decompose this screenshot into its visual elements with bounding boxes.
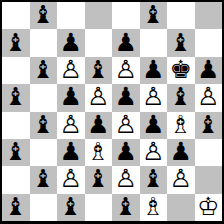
- piece-white-bishop: ♗: [142, 194, 164, 219]
- square-a6[interactable]: [2, 57, 30, 84]
- piece-black-bishop: ♝: [32, 57, 54, 82]
- square-c2[interactable]: ♙: [57, 166, 85, 193]
- square-b4[interactable]: ♝: [30, 112, 58, 139]
- square-d8[interactable]: [85, 2, 113, 29]
- square-d3[interactable]: ♗: [85, 139, 113, 166]
- square-g2[interactable]: ♙: [167, 166, 195, 193]
- square-f2[interactable]: ♝: [140, 166, 168, 193]
- piece-black-pawn: ♟: [87, 112, 109, 137]
- piece-black-pawn: ♟: [115, 84, 137, 109]
- square-f6[interactable]: ♟: [140, 57, 168, 84]
- piece-black-pawn: ♟: [115, 30, 137, 55]
- square-f4[interactable]: ♟: [140, 112, 168, 139]
- piece-black-bishop: ♝: [60, 194, 82, 219]
- square-d2[interactable]: ♝: [85, 166, 113, 193]
- piece-black-pawn: ♟: [60, 84, 82, 109]
- square-a7[interactable]: ♝: [2, 29, 30, 56]
- piece-black-bishop: ♝: [32, 166, 54, 191]
- square-f8[interactable]: ♝: [140, 2, 168, 29]
- piece-white-pawn: ♙: [115, 112, 137, 137]
- square-b7[interactable]: [30, 29, 58, 56]
- square-d4[interactable]: ♟: [85, 112, 113, 139]
- square-f1[interactable]: ♗: [140, 194, 168, 221]
- square-h3[interactable]: [195, 139, 223, 166]
- square-d6[interactable]: ♝: [85, 57, 113, 84]
- square-a5[interactable]: ♝: [2, 84, 30, 111]
- piece-black-bishop: ♝: [170, 30, 192, 55]
- piece-white-pawn: ♙: [170, 166, 192, 191]
- square-h5[interactable]: ♙: [195, 84, 223, 111]
- square-e2[interactable]: ♙: [112, 166, 140, 193]
- square-h7[interactable]: [195, 29, 223, 56]
- square-d7[interactable]: [85, 29, 113, 56]
- piece-black-bishop: ♝: [5, 84, 27, 109]
- piece-black-bishop: ♝: [115, 194, 137, 219]
- square-b8[interactable]: ♝: [30, 2, 58, 29]
- square-c6[interactable]: ♙: [57, 57, 85, 84]
- square-h2[interactable]: [195, 166, 223, 193]
- square-e3[interactable]: ♟: [112, 139, 140, 166]
- square-d5[interactable]: ♙: [85, 84, 113, 111]
- piece-white-pawn: ♙: [60, 112, 82, 137]
- square-g6[interactable]: ♚: [167, 57, 195, 84]
- square-e6[interactable]: ♙: [112, 57, 140, 84]
- square-f5[interactable]: ♙: [140, 84, 168, 111]
- chess-board: ♝♝♝♟♟♝♝♙♝♙♟♚♟♝♟♙♟♙♝♙♝♙♟♙♟♗♝♝♟♗♟♙♟♝♙♝♙♝♙♝…: [0, 0, 224, 224]
- square-c7[interactable]: ♟: [57, 29, 85, 56]
- piece-black-pawn: ♟: [142, 57, 164, 82]
- chess-diagram: ♝♝♝♟♟♝♝♙♝♙♟♚♟♝♟♙♟♙♝♙♝♙♟♙♟♗♝♝♟♗♟♙♟♝♙♝♙♝♙♝…: [0, 0, 224, 224]
- piece-white-pawn: ♙: [115, 57, 137, 82]
- square-a4[interactable]: [2, 112, 30, 139]
- square-f7[interactable]: [140, 29, 168, 56]
- square-g7[interactable]: ♝: [167, 29, 195, 56]
- square-a8[interactable]: [2, 2, 30, 29]
- piece-black-pawn: ♟: [170, 139, 192, 164]
- square-b5[interactable]: [30, 84, 58, 111]
- piece-black-bishop: ♝: [5, 194, 27, 219]
- square-e1[interactable]: ♝: [112, 194, 140, 221]
- piece-black-king: ♚: [170, 57, 192, 82]
- piece-black-bishop: ♝: [32, 2, 54, 27]
- square-e7[interactable]: ♟: [112, 29, 140, 56]
- square-h1[interactable]: ♔: [195, 194, 223, 221]
- piece-white-pawn: ♙: [87, 84, 109, 109]
- square-g8[interactable]: [167, 2, 195, 29]
- square-a2[interactable]: [2, 166, 30, 193]
- piece-black-pawn: ♟: [197, 57, 219, 82]
- piece-black-bishop: ♝: [170, 84, 192, 109]
- piece-black-pawn: ♟: [115, 139, 137, 164]
- piece-white-bishop: ♗: [170, 112, 192, 137]
- square-c3[interactable]: ♟: [57, 139, 85, 166]
- square-b6[interactable]: ♝: [30, 57, 58, 84]
- piece-white-pawn: ♙: [60, 166, 82, 191]
- square-c1[interactable]: ♝: [57, 194, 85, 221]
- piece-black-bishop: ♝: [197, 112, 219, 137]
- square-g3[interactable]: ♟: [167, 139, 195, 166]
- piece-black-bishop: ♝: [32, 112, 54, 137]
- square-c4[interactable]: ♙: [57, 112, 85, 139]
- square-a1[interactable]: ♝: [2, 194, 30, 221]
- piece-white-pawn: ♙: [115, 166, 137, 191]
- piece-white-bishop: ♗: [87, 139, 109, 164]
- piece-black-bishop: ♝: [142, 166, 164, 191]
- square-c5[interactable]: ♟: [57, 84, 85, 111]
- piece-black-bishop: ♝: [5, 139, 27, 164]
- square-h6[interactable]: ♟: [195, 57, 223, 84]
- square-b1[interactable]: [30, 194, 58, 221]
- piece-black-pawn: ♟: [60, 30, 82, 55]
- piece-black-pawn: ♟: [60, 139, 82, 164]
- piece-white-pawn: ♙: [142, 139, 164, 164]
- piece-white-king: ♔: [197, 194, 219, 219]
- square-e5[interactable]: ♟: [112, 84, 140, 111]
- square-g5[interactable]: ♝: [167, 84, 195, 111]
- square-b3[interactable]: [30, 139, 58, 166]
- piece-white-pawn: ♙: [197, 84, 219, 109]
- piece-black-pawn: ♟: [142, 112, 164, 137]
- piece-white-pawn: ♙: [60, 57, 82, 82]
- square-b2[interactable]: ♝: [30, 166, 58, 193]
- square-h8[interactable]: [195, 2, 223, 29]
- square-c8[interactable]: [57, 2, 85, 29]
- piece-black-bishop: ♝: [87, 57, 109, 82]
- square-e4[interactable]: ♙: [112, 112, 140, 139]
- square-d1[interactable]: [85, 194, 113, 221]
- square-f3[interactable]: ♙: [140, 139, 168, 166]
- square-a3[interactable]: ♝: [2, 139, 30, 166]
- piece-black-bishop: ♝: [87, 166, 109, 191]
- square-h4[interactable]: ♝: [195, 112, 223, 139]
- square-g1[interactable]: [167, 194, 195, 221]
- piece-black-bishop: ♝: [5, 30, 27, 55]
- square-e8[interactable]: [112, 2, 140, 29]
- square-g4[interactable]: ♗: [167, 112, 195, 139]
- piece-white-pawn: ♙: [142, 84, 164, 109]
- piece-black-bishop: ♝: [142, 2, 164, 27]
